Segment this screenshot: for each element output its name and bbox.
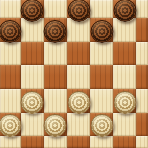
light-checker-piece[interactable]: [113, 91, 136, 114]
board-square-a5[interactable]: [0, 89, 21, 113]
light-checker-piece[interactable]: [21, 91, 44, 114]
board-square-d3[interactable]: [67, 42, 90, 66]
board-square-a3[interactable]: [0, 42, 21, 66]
dark-checker-piece[interactable]: [44, 20, 67, 43]
board-square-g6[interactable]: [136, 113, 148, 137]
board-square-f7[interactable]: [113, 136, 136, 148]
board-square-d5[interactable]: [67, 89, 90, 113]
board-square-e5[interactable]: [90, 89, 113, 113]
board-square-c3[interactable]: [44, 42, 67, 66]
light-checker-piece[interactable]: [44, 114, 67, 137]
board-square-b7[interactable]: [21, 136, 44, 148]
dark-checker-piece[interactable]: [21, 0, 44, 22]
board-square-d7[interactable]: [67, 136, 90, 148]
board-square-f4[interactable]: [113, 65, 136, 89]
dark-checker-piece[interactable]: [67, 0, 90, 22]
board-square-b6[interactable]: [21, 113, 44, 137]
board-square-d4[interactable]: [67, 65, 90, 89]
light-checker-piece[interactable]: [90, 114, 113, 137]
board-square-f1[interactable]: [113, 0, 136, 18]
board-square-c1[interactable]: [44, 0, 67, 18]
board-square-e4[interactable]: [90, 65, 113, 89]
dark-checker-piece[interactable]: [90, 20, 113, 43]
board-square-e3[interactable]: [90, 42, 113, 66]
board-square-c7[interactable]: [44, 136, 67, 148]
light-checker-piece[interactable]: [0, 114, 22, 137]
board-square-e1[interactable]: [90, 0, 113, 18]
board-square-g4[interactable]: [136, 65, 148, 89]
board-square-a4[interactable]: [0, 65, 21, 89]
dark-checker-piece[interactable]: [113, 0, 136, 22]
board-square-f6[interactable]: [113, 113, 136, 137]
board-square-a6[interactable]: [0, 113, 21, 137]
board-square-g3[interactable]: [136, 42, 148, 66]
board-square-e2[interactable]: [90, 18, 113, 42]
board-square-b3[interactable]: [21, 42, 44, 66]
board-square-a1[interactable]: [0, 0, 21, 18]
board-square-g1[interactable]: [136, 0, 148, 18]
board-square-b4[interactable]: [21, 65, 44, 89]
board-square-c6[interactable]: [44, 113, 67, 137]
board-square-g5[interactable]: [136, 89, 148, 113]
dark-checker-piece[interactable]: [0, 20, 22, 43]
board-square-d1[interactable]: [67, 0, 90, 18]
board-square-c5[interactable]: [44, 89, 67, 113]
board-square-c4[interactable]: [44, 65, 67, 89]
board-square-e6[interactable]: [90, 113, 113, 137]
board-square-e7[interactable]: [90, 136, 113, 148]
light-checker-piece[interactable]: [67, 91, 90, 114]
board-square-a7[interactable]: [0, 136, 21, 148]
board-square-b1[interactable]: [21, 0, 44, 18]
board-square-c2[interactable]: [44, 18, 67, 42]
board-square-f5[interactable]: [113, 89, 136, 113]
checkers-app-viewport: [0, 0, 148, 148]
checkers-board: [0, 0, 148, 148]
board-square-g2[interactable]: [136, 18, 148, 42]
board-square-a2[interactable]: [0, 18, 21, 42]
board-square-g7[interactable]: [136, 136, 148, 148]
board-square-d6[interactable]: [67, 113, 90, 137]
board-square-b5[interactable]: [21, 89, 44, 113]
board-square-f3[interactable]: [113, 42, 136, 66]
